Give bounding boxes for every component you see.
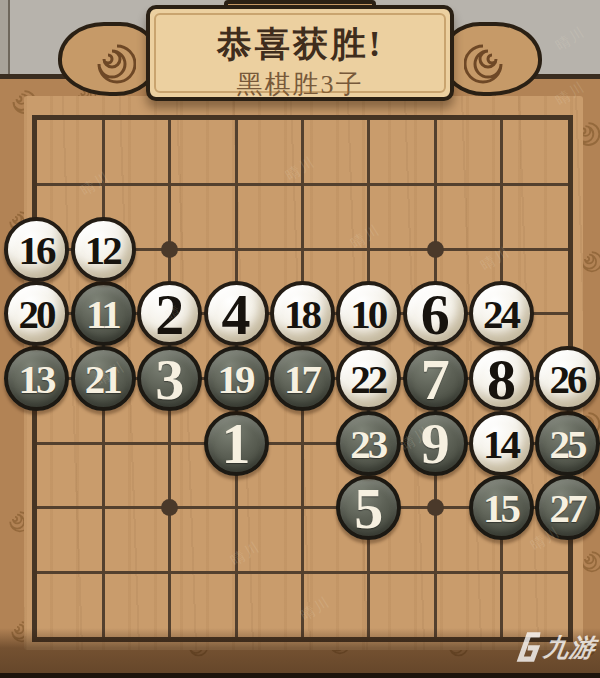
- move-number: 24: [483, 294, 518, 335]
- board-cell: 10: [336, 282, 402, 347]
- board-cell: 1: [203, 411, 269, 476]
- jiuyou-watermark-logo: 九游: [513, 630, 599, 664]
- top-backdrop-left-line: [8, 0, 10, 78]
- stone-black-17: 17: [270, 346, 335, 411]
- move-number: 13: [18, 359, 53, 400]
- top-backdrop-left-strip: [0, 0, 8, 78]
- stone-white-20: 20: [4, 281, 69, 346]
- banner-left-ornament: [58, 22, 158, 96]
- stone-white-12: 12: [71, 217, 136, 282]
- stone-white-4: 4: [204, 281, 269, 346]
- stone-white-22: 22: [336, 346, 401, 411]
- move-number: 22: [350, 359, 385, 400]
- board-cell: 13: [4, 346, 70, 411]
- board-cell: 7: [402, 346, 468, 411]
- board-cell: 23: [336, 411, 402, 476]
- stone-white-8: 8: [469, 346, 534, 411]
- banner-right-ornament: [442, 22, 542, 96]
- move-number: 26: [549, 359, 584, 400]
- stone-black-3: 3: [137, 346, 202, 411]
- move-number: 23: [350, 424, 385, 465]
- move-number: 16: [18, 230, 53, 271]
- move-number: 4: [222, 286, 251, 344]
- stone-black-23: 23: [336, 411, 401, 476]
- move-number: 3: [155, 351, 184, 409]
- move-number: 14: [483, 424, 518, 465]
- stone-white-6: 6: [403, 281, 468, 346]
- board-cell: 14: [468, 411, 534, 476]
- jiuyou-logo-text: 九游: [542, 631, 599, 664]
- board-cell: 24: [468, 282, 534, 347]
- stone-white-14: 14: [469, 411, 534, 476]
- move-number: 5: [354, 480, 383, 538]
- board-cell: 17: [269, 346, 335, 411]
- board-cell: 8: [468, 346, 534, 411]
- move-number: 6: [421, 286, 450, 344]
- stone-white-10: 10: [336, 281, 401, 346]
- board-cell: 5: [336, 475, 402, 540]
- stone-black-5: 5: [336, 475, 401, 540]
- spiral-icon: [464, 31, 520, 87]
- stone-black-7: 7: [403, 346, 468, 411]
- move-number: 10: [350, 294, 385, 335]
- banner-panel: 恭喜获胜! 黑棋胜3子: [146, 5, 454, 101]
- board-cell: 18: [269, 282, 335, 347]
- stone-black-25: 25: [535, 411, 600, 476]
- bottom-edge-line: [0, 673, 600, 678]
- banner-result-text: 黑棋胜3子: [150, 67, 450, 102]
- board-cell: 25: [535, 411, 600, 476]
- board-cell: 11: [70, 282, 136, 347]
- move-number: 15: [483, 488, 518, 529]
- move-number: 8: [487, 351, 516, 409]
- jiuyou-g-icon: [513, 630, 544, 664]
- board-cell: 20: [4, 282, 70, 347]
- move-number: 17: [284, 359, 319, 400]
- victory-banner: 恭喜获胜! 黑棋胜3子: [52, 0, 548, 110]
- board-cell: 15: [468, 475, 534, 540]
- go-victory-screen: 1234567891011121314151617181920212223242…: [0, 0, 600, 678]
- stone-white-16: 16: [4, 217, 69, 282]
- stone-black-11: 11: [71, 281, 136, 346]
- stone-white-26: 26: [535, 346, 600, 411]
- stone-black-19: 19: [204, 346, 269, 411]
- move-number: 1: [222, 415, 251, 473]
- banner-title: 恭喜获胜!: [150, 21, 450, 68]
- spiral-icon: [80, 31, 136, 87]
- board-cell: 12: [70, 217, 136, 282]
- board-cell: 6: [402, 282, 468, 347]
- board-cell: 16: [4, 217, 70, 282]
- move-number: 25: [549, 424, 584, 465]
- move-number: 18: [284, 294, 319, 335]
- move-number: 7: [421, 351, 450, 409]
- stone-white-18: 18: [270, 281, 335, 346]
- move-number: 20: [18, 294, 53, 335]
- board-cell: 19: [203, 346, 269, 411]
- move-number: 19: [218, 359, 253, 400]
- stone-black-13: 13: [4, 346, 69, 411]
- stone-black-15: 15: [469, 475, 534, 540]
- stone-white-24: 24: [469, 281, 534, 346]
- bottom-shadow-band: [0, 628, 600, 678]
- stone-black-1: 1: [204, 411, 269, 476]
- board-cell: 3: [137, 346, 203, 411]
- move-number: 11: [86, 294, 119, 335]
- board-cell: 22: [336, 346, 402, 411]
- board-cell: 26: [535, 346, 600, 411]
- board-cell: 4: [203, 282, 269, 347]
- move-number: 12: [85, 230, 120, 271]
